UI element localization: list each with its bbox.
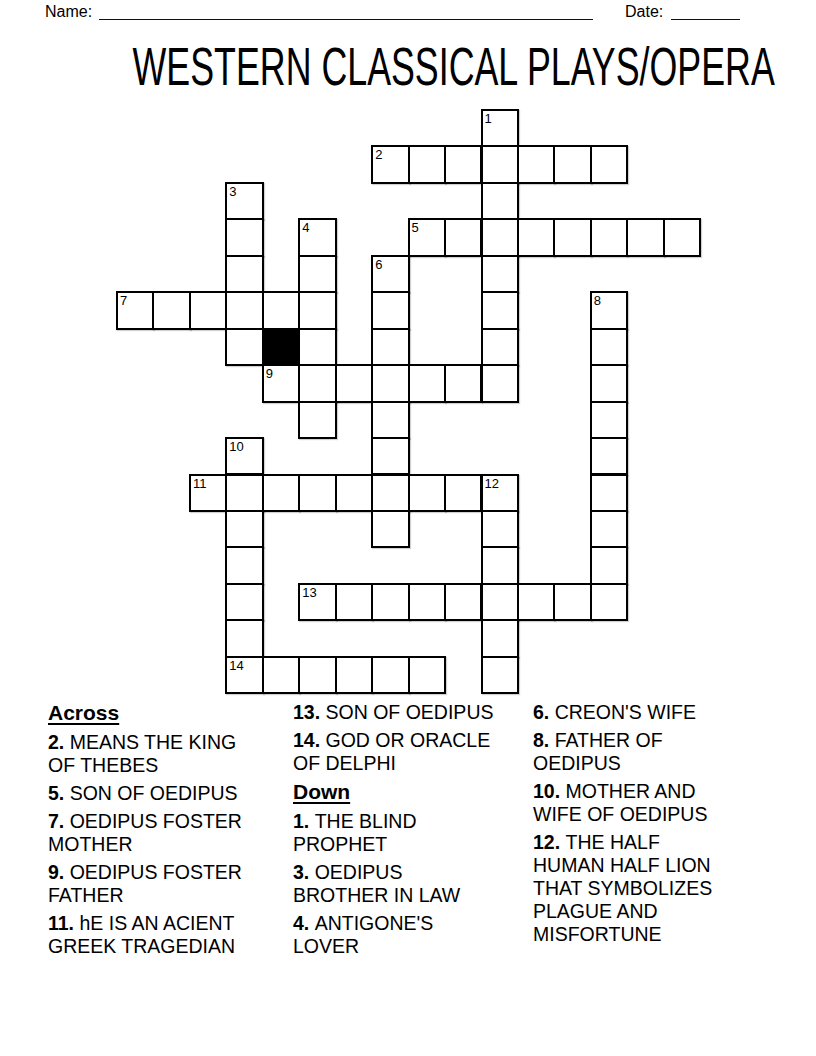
- clue-11: 11. hE IS AN ACIENTGREEK TRAGEDIAN: [48, 912, 296, 958]
- grid-cell[interactable]: [481, 255, 519, 293]
- clue-number: 10: [229, 439, 243, 454]
- grid-cell[interactable]: [590, 328, 628, 366]
- clue-list-number: 4.: [293, 912, 309, 934]
- grid-cell[interactable]: [335, 583, 373, 621]
- clue-number: 5: [412, 220, 419, 235]
- clue-number: 1: [485, 111, 492, 126]
- grid-cell[interactable]: 7: [116, 291, 154, 329]
- grid-cell[interactable]: 11: [189, 474, 227, 512]
- grid-cell[interactable]: [590, 474, 628, 512]
- grid-cell[interactable]: [553, 218, 591, 256]
- grid-cell[interactable]: [371, 364, 409, 402]
- grid-cell[interactable]: [517, 145, 555, 183]
- grid-cell[interactable]: [590, 583, 628, 621]
- grid-cell[interactable]: [481, 291, 519, 329]
- name-label: Name:: [45, 2, 92, 21]
- clues-column-left: Across2. MEANS THE KINGOF THEBES5. SON O…: [48, 701, 296, 963]
- grid-cell[interactable]: [335, 474, 373, 512]
- grid-cell[interactable]: [517, 218, 555, 256]
- grid-cell[interactable]: [225, 583, 263, 621]
- grid-cell[interactable]: [225, 619, 263, 657]
- grid-cell[interactable]: 13: [298, 583, 336, 621]
- grid-cell[interactable]: [408, 145, 446, 183]
- clue-list-number: 8.: [533, 729, 549, 751]
- grid-cell[interactable]: [590, 218, 628, 256]
- grid-cell[interactable]: 4: [298, 218, 336, 256]
- grid-cell[interactable]: [371, 328, 409, 366]
- clue-number: 11: [193, 476, 207, 491]
- black-cell: [262, 328, 300, 366]
- grid-cell[interactable]: [444, 218, 482, 256]
- grid-cell[interactable]: [262, 291, 300, 329]
- clue-list-number: 9.: [48, 861, 64, 883]
- grid-cell[interactable]: [262, 474, 300, 512]
- clue-list-number: 7.: [48, 810, 64, 832]
- across-header: Across: [48, 701, 296, 725]
- grid-cell[interactable]: [225, 546, 263, 584]
- grid-cell[interactable]: [225, 218, 263, 256]
- grid-cell[interactable]: [481, 328, 519, 366]
- clue-list-number: 14.: [293, 729, 320, 751]
- grid-cell[interactable]: [298, 255, 336, 293]
- clue-7: 7. OEDIPUS FOSTERMOTHER: [48, 810, 296, 856]
- grid-cell[interactable]: [335, 656, 373, 694]
- down-header: Down: [293, 780, 531, 804]
- grid-cell[interactable]: [371, 401, 409, 439]
- grid-cell[interactable]: [444, 583, 482, 621]
- grid-cell[interactable]: 9: [262, 364, 300, 402]
- clue-1: 1. THE BLINDPROPHET: [293, 810, 531, 856]
- grid-cell[interactable]: [553, 145, 591, 183]
- clue-list-number: 10.: [533, 780, 560, 802]
- clue-list-number: 11.: [48, 912, 74, 934]
- grid-cell[interactable]: [481, 182, 519, 220]
- grid-cell[interactable]: [408, 474, 446, 512]
- grid-cell[interactable]: [298, 364, 336, 402]
- clue-12: 12. THE HALFHUMAN HALF LIONTHAT SYMBOLIZ…: [533, 831, 775, 946]
- grid-cell[interactable]: 12: [481, 474, 519, 512]
- clue-list-number: 2.: [48, 731, 64, 753]
- grid-cell[interactable]: [481, 218, 519, 256]
- grid-cell[interactable]: 3: [225, 182, 263, 220]
- clues-column-right: 6. CREON'S WIFE8. FATHER OFOEDIPUS10. MO…: [533, 701, 775, 951]
- grid-cell[interactable]: [408, 583, 446, 621]
- grid-cell[interactable]: [444, 145, 482, 183]
- grid-cell[interactable]: [590, 437, 628, 475]
- grid-cell[interactable]: [481, 364, 519, 402]
- grid-cell[interactable]: [298, 401, 336, 439]
- grid-cell[interactable]: [189, 291, 227, 329]
- clue-number: 13: [302, 585, 316, 600]
- clue-13: 13. SON OF OEDIPUS: [293, 701, 531, 724]
- grid-cell[interactable]: [225, 474, 263, 512]
- grid-cell[interactable]: [444, 474, 482, 512]
- grid-cell[interactable]: [371, 656, 409, 694]
- clues-column-middle: 13. SON OF OEDIPUS14. GOD OR ORACLEOF DE…: [293, 701, 531, 963]
- grid-cell[interactable]: 6: [371, 255, 409, 293]
- page-title: WESTERN CLASSICAL PLAYS/OPERA: [133, 36, 684, 98]
- grid-cell[interactable]: [371, 474, 409, 512]
- grid-cell[interactable]: [225, 328, 263, 366]
- clue-number: 12: [485, 476, 499, 491]
- clue-number: 3: [229, 184, 236, 199]
- clue-10: 10. MOTHER ANDWIFE OF OEDIPUS: [533, 780, 775, 826]
- grid-cell[interactable]: 8: [590, 291, 628, 329]
- clue-list-number: 12.: [533, 831, 560, 853]
- clue-8: 8. FATHER OFOEDIPUS: [533, 729, 775, 775]
- clue-14: 14. GOD OR ORACLEOF DELPHI: [293, 729, 531, 775]
- grid-cell[interactable]: [626, 218, 664, 256]
- grid-cell[interactable]: [225, 291, 263, 329]
- grid-cell[interactable]: [225, 510, 263, 548]
- grid-cell[interactable]: [590, 145, 628, 183]
- grid-cell[interactable]: [152, 291, 190, 329]
- date-label: Date:: [625, 2, 663, 21]
- clue-3: 3. OEDIPUSBROTHER IN LAW: [293, 861, 531, 907]
- grid-cell[interactable]: [408, 364, 446, 402]
- crossword-grid: 1234567891011121314: [117, 110, 700, 693]
- grid-cell[interactable]: [663, 218, 701, 256]
- clue-2: 2. MEANS THE KINGOF THEBES: [48, 731, 296, 777]
- clue-number: 4: [302, 220, 309, 235]
- clue-list-number: 5.: [48, 782, 64, 804]
- grid-cell[interactable]: [298, 328, 336, 366]
- grid-cell[interactable]: [590, 510, 628, 548]
- grid-cell[interactable]: [481, 619, 519, 657]
- clue-5: 5. SON OF OEDIPUS: [48, 782, 296, 805]
- grid-cell[interactable]: [444, 364, 482, 402]
- clue-4: 4. ANTIGONE'SLOVER: [293, 912, 531, 958]
- grid-cell[interactable]: [408, 656, 446, 694]
- grid-cell[interactable]: [371, 291, 409, 329]
- grid-cell[interactable]: [481, 656, 519, 694]
- grid-cell[interactable]: [298, 474, 336, 512]
- clue-9: 9. OEDIPUS FOSTERFATHER: [48, 861, 296, 907]
- grid-cell[interactable]: [590, 364, 628, 402]
- grid-cell[interactable]: [298, 291, 336, 329]
- grid-cell[interactable]: [371, 510, 409, 548]
- grid-cell[interactable]: [225, 255, 263, 293]
- grid-cell[interactable]: 10: [225, 437, 263, 475]
- grid-cell[interactable]: [481, 510, 519, 548]
- grid-cell[interactable]: [590, 546, 628, 584]
- grid-cell[interactable]: [371, 437, 409, 475]
- clue-list-number: 6.: [533, 701, 549, 723]
- name-input-line: [99, 1, 593, 20]
- grid-cell[interactable]: [481, 583, 519, 621]
- clue-number: 2: [375, 147, 382, 162]
- clue-number: 8: [594, 293, 601, 308]
- grid-cell[interactable]: 2: [371, 145, 409, 183]
- grid-cell[interactable]: [481, 546, 519, 584]
- clue-number: 9: [266, 366, 273, 381]
- grid-cell[interactable]: [517, 583, 555, 621]
- clue-list-number: 13.: [293, 701, 320, 723]
- grid-cell[interactable]: [262, 656, 300, 694]
- clue-6: 6. CREON'S WIFE: [533, 701, 775, 724]
- clue-number: 6: [375, 257, 382, 272]
- clue-list-number: 3.: [293, 861, 309, 883]
- clue-number: 14: [229, 658, 243, 673]
- grid-cell[interactable]: [590, 401, 628, 439]
- grid-cell[interactable]: [481, 145, 519, 183]
- grid-cell[interactable]: 5: [408, 218, 446, 256]
- grid-cell[interactable]: [371, 583, 409, 621]
- grid-cell[interactable]: 1: [481, 109, 519, 147]
- date-input-line: [671, 1, 740, 20]
- grid-cell[interactable]: 14: [225, 656, 263, 694]
- grid-cell[interactable]: [298, 656, 336, 694]
- clue-number: 7: [120, 293, 127, 308]
- clue-list-number: 1.: [293, 810, 309, 832]
- grid-cell[interactable]: [335, 364, 373, 402]
- grid-cell[interactable]: [553, 583, 591, 621]
